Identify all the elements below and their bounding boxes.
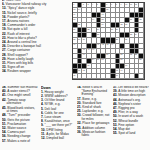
across-clue-column-lower: 38. Summer suit material40. A water sten…	[2, 86, 38, 150]
cell-number: 4	[92, 3, 93, 5]
grid-cell[interactable]	[139, 74, 144, 79]
clue-item: 42. Tomato soup alternative	[2, 99, 38, 106]
cell-number: 64	[121, 69, 123, 71]
cell-number: 28	[87, 28, 89, 30]
cell-number: 35	[73, 38, 75, 40]
cell-number: 30	[111, 28, 113, 30]
cell-number: 40	[73, 43, 75, 45]
cell-number: 7	[111, 3, 112, 5]
down-clue-column-1: Down 1. Heavy weight2. WWW address?3. Oi…	[41, 86, 74, 150]
cell-number: 53	[135, 53, 137, 55]
cell-number: 31	[116, 28, 118, 30]
cell-number: 41	[97, 43, 99, 45]
crossword-grid[interactable]: 1234567891011121314151617181920212223242…	[72, 2, 145, 80]
down-clue-column-3: 37. Let Mexico be heard?39. A little tim…	[113, 86, 149, 150]
cell-number: 14	[78, 8, 80, 10]
cell-number: 12	[135, 3, 137, 5]
clue-item: 12. Dimpled ball	[41, 137, 74, 141]
clue-item: 57. Makes a note of	[2, 140, 38, 144]
cell-number: 34	[135, 33, 137, 35]
cell-number: 15	[106, 8, 108, 10]
cell-number: 42	[102, 43, 104, 45]
cell-number: 24	[102, 23, 104, 25]
cell-number: 45	[83, 48, 85, 50]
cell-number: 26	[125, 23, 127, 25]
cell-number: 25	[121, 23, 123, 25]
cell-number: 38	[116, 38, 118, 40]
cell-number: 5	[97, 3, 98, 5]
cell-number: 13	[73, 8, 75, 10]
down-clue-column-2: 14. Nellie's aria in "Some Enchanted Eve…	[77, 86, 110, 150]
cell-number: 54	[92, 58, 94, 60]
cell-number: 17	[102, 13, 104, 15]
cell-number: 63	[116, 69, 118, 71]
cell-number: 50	[106, 53, 108, 55]
cell-number: 65	[73, 74, 75, 76]
cell-number: 22	[139, 18, 141, 20]
cell-number: 18	[73, 18, 75, 20]
cell-number: 44	[111, 43, 113, 45]
cell-number: 16	[73, 13, 75, 15]
clue-item: 34. Reuben wrapper	[2, 70, 55, 74]
down-clues-1-12: 1. Heavy weight2. WWW address?3. Oil fil…	[41, 91, 74, 141]
cell-number: 37	[83, 38, 85, 40]
cell-number: 20	[102, 18, 104, 20]
cell-number: 58	[139, 58, 141, 60]
cell-number: 29	[97, 28, 99, 30]
cell-number: 60	[125, 64, 127, 66]
cell-number: 66	[116, 74, 118, 76]
cell-number: 33	[130, 33, 132, 35]
cell-number: 62	[83, 69, 85, 71]
cell-number: 39	[125, 38, 127, 40]
across-clue-column-upper: 2. Tours' river6. Vancouver Island railw…	[2, 0, 55, 84]
cell-number: 2	[83, 3, 84, 5]
cell-number: 8	[116, 3, 117, 5]
cell-number: 57	[121, 58, 123, 60]
cell-number: 51	[121, 53, 123, 55]
cell-number: 21	[130, 18, 132, 20]
cell-number: 23	[78, 23, 80, 25]
cell-number: 27	[73, 28, 75, 30]
cell-number: 43	[106, 43, 108, 45]
cell-number: 36	[78, 38, 80, 40]
cell-number: 32	[97, 33, 99, 35]
cell-number: 56	[102, 58, 104, 60]
cell-number: 9	[121, 3, 122, 5]
cell-number: 48	[121, 48, 123, 50]
cell-number: 6	[106, 3, 107, 5]
cell-number: 46	[87, 48, 89, 50]
cell-number: 19	[92, 18, 94, 20]
cell-number: 10	[125, 3, 127, 5]
cell-number: 3	[87, 3, 88, 5]
cell-number: 61	[78, 69, 80, 71]
clue-item: 36. Mexican fashion fabric	[77, 131, 110, 138]
cell-number: 1	[73, 3, 74, 5]
cell-number: 59	[87, 64, 89, 66]
clue-item: 55. Spot of land	[113, 132, 149, 136]
cell-number: 52	[130, 53, 132, 55]
cell-number: 55	[97, 58, 99, 60]
cell-number: 11	[130, 3, 132, 5]
cell-number: 47	[92, 48, 94, 50]
clue-item: 14. Nellie's aria in "Some Enchanted Eve…	[77, 86, 110, 97]
cell-number: 49	[83, 53, 85, 55]
